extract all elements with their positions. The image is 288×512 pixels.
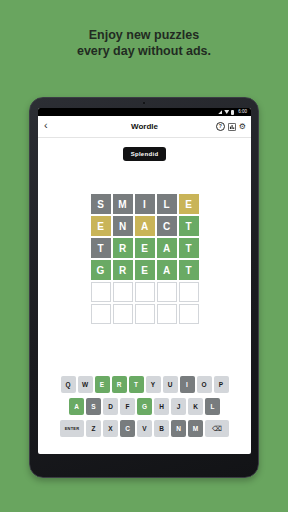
- board-tile: A: [157, 238, 177, 258]
- key-a[interactable]: A: [69, 398, 84, 415]
- key-g[interactable]: G: [137, 398, 152, 415]
- header-icons: ? ⚙: [216, 116, 246, 137]
- board-tile: E: [135, 238, 155, 258]
- key-i[interactable]: I: [180, 376, 195, 393]
- board-tile: S: [91, 194, 111, 214]
- key-t[interactable]: T: [129, 376, 144, 393]
- tablet-screen: 6:00 ‹ Wordle ? ⚙ Splendid SMILEENACTTRE…: [38, 108, 251, 454]
- toast-container: Splendid: [38, 142, 251, 161]
- wifi-icon: [224, 110, 229, 114]
- key-o[interactable]: O: [197, 376, 212, 393]
- camera-dot: [143, 102, 145, 104]
- status-bar: 6:00: [38, 108, 251, 116]
- key-c[interactable]: C: [120, 420, 135, 437]
- board: SMILEENACTTREATGREAT: [91, 194, 199, 324]
- key-y[interactable]: Y: [146, 376, 161, 393]
- board-tile: N: [113, 216, 133, 236]
- caption-line-2: every day without ads.: [0, 43, 288, 59]
- board-tile: [157, 304, 177, 324]
- key-q[interactable]: Q: [61, 376, 76, 393]
- key-f[interactable]: F: [120, 398, 135, 415]
- board-tile: A: [135, 216, 155, 236]
- key-e[interactable]: E: [95, 376, 110, 393]
- toast-message: Splendid: [123, 147, 167, 161]
- board-tile: E: [91, 216, 111, 236]
- key-h[interactable]: H: [154, 398, 169, 415]
- store-caption: Enjoy new puzzles every day without ads.: [0, 27, 288, 59]
- help-icon[interactable]: ?: [216, 122, 225, 131]
- key-r[interactable]: R: [112, 376, 127, 393]
- key-s[interactable]: S: [86, 398, 101, 415]
- board-tile: [135, 282, 155, 302]
- board-tile: [179, 282, 199, 302]
- key-b[interactable]: B: [154, 420, 169, 437]
- board-tile: E: [135, 260, 155, 280]
- app-header: ‹ Wordle ? ⚙: [38, 116, 251, 138]
- battery-icon: [231, 110, 234, 115]
- board-tile: A: [157, 260, 177, 280]
- key-k[interactable]: K: [188, 398, 203, 415]
- board-tile: [135, 304, 155, 324]
- board-tile: I: [135, 194, 155, 214]
- board-tile: [91, 282, 111, 302]
- board-tile: T: [91, 238, 111, 258]
- board-tile: R: [113, 260, 133, 280]
- key-w[interactable]: W: [78, 376, 93, 393]
- key-z[interactable]: Z: [86, 420, 101, 437]
- key-v[interactable]: V: [137, 420, 152, 437]
- key-u[interactable]: U: [163, 376, 178, 393]
- keyboard: QWERTYUIOPASDFGHJKLENTERZXCVBNM⌫: [38, 376, 251, 442]
- backspace-key[interactable]: ⌫: [205, 420, 229, 437]
- key-m[interactable]: M: [188, 420, 203, 437]
- key-x[interactable]: X: [103, 420, 118, 437]
- board-tile: R: [113, 238, 133, 258]
- board-tile: E: [179, 194, 199, 214]
- settings-gear-icon[interactable]: ⚙: [239, 122, 246, 131]
- key-d[interactable]: D: [103, 398, 118, 415]
- board-tile: C: [157, 216, 177, 236]
- board-tile: T: [179, 238, 199, 258]
- statistics-icon[interactable]: [228, 123, 236, 131]
- board-tile: [113, 304, 133, 324]
- key-l[interactable]: L: [205, 398, 220, 415]
- board-tile: M: [113, 194, 133, 214]
- board-tile: T: [179, 216, 199, 236]
- tablet-device: 6:00 ‹ Wordle ? ⚙ Splendid SMILEENACTTRE…: [29, 97, 259, 478]
- caption-line-1: Enjoy new puzzles: [0, 27, 288, 43]
- status-time: 6:00: [238, 108, 247, 116]
- board-tile: T: [179, 260, 199, 280]
- board-tile: [157, 282, 177, 302]
- board-tile: [91, 304, 111, 324]
- board-tile: [179, 304, 199, 324]
- key-n[interactable]: N: [171, 420, 186, 437]
- board-tile: [113, 282, 133, 302]
- board-tile: L: [157, 194, 177, 214]
- key-enter[interactable]: ENTER: [60, 420, 84, 437]
- back-chevron-icon[interactable]: ‹: [44, 116, 48, 137]
- key-p[interactable]: P: [214, 376, 229, 393]
- signal-icon: [218, 110, 222, 114]
- key-j[interactable]: J: [171, 398, 186, 415]
- board-tile: G: [91, 260, 111, 280]
